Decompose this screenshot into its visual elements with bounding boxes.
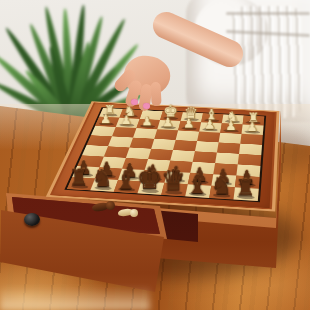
square[interactable] [108,136,133,147]
square[interactable]: ♝ [185,184,211,198]
square[interactable]: ♞ [209,186,235,200]
square[interactable] [173,140,197,151]
square[interactable]: ♜ [233,187,258,201]
pink-nail [131,99,138,105]
square[interactable] [154,129,178,140]
finger [150,82,161,106]
piece-black-rook[interactable]: ♜ [69,167,89,189]
blouse-seam [226,12,310,15]
square[interactable] [193,151,217,163]
blouse-ruffles [232,6,302,118]
stored-light-pawn-head [130,209,138,217]
square[interactable] [240,134,263,145]
square[interactable] [133,128,157,139]
square[interactable] [126,147,151,159]
square[interactable] [176,130,200,141]
square[interactable] [219,133,242,144]
piece-black-knight[interactable]: ♞ [211,174,233,198]
chess-board: ♜♞♚♛♝♞♜♟♟♟♟♟♟♟♟♟♟♟♟♟♟♟♟♜♞♝♚♛♝♞♜ [64,107,266,202]
square[interactable]: ♛ [161,183,188,196]
square[interactable] [197,131,220,142]
piece-white-pawn[interactable]: ♟ [121,115,132,127]
square[interactable]: ♟ [178,121,201,131]
piece-black-rook[interactable]: ♜ [235,177,255,200]
drawer-knob[interactable] [24,213,40,226]
piece-white-pawn[interactable]: ♟ [183,118,194,130]
square[interactable] [170,150,195,162]
square[interactable] [91,126,116,137]
stored-dark-pawn-head [106,201,115,210]
square[interactable] [151,139,175,150]
piece-white-pawn[interactable]: ♟ [100,114,111,126]
piece-black-bishop[interactable]: ♝ [115,167,138,192]
square[interactable] [238,154,262,166]
square[interactable] [239,144,262,155]
piece-white-pawn[interactable]: ♟ [204,119,215,131]
piece-white-pawn[interactable]: ♟ [225,120,236,132]
piece-white-pawn[interactable]: ♟ [162,117,173,129]
piece-black-knight[interactable]: ♞ [92,167,113,191]
square[interactable] [148,149,173,161]
piece-black-queen[interactable]: ♛ [161,167,186,195]
table-highlight [0,286,150,310]
piece-white-pawn[interactable]: ♟ [247,122,258,134]
square[interactable] [195,141,219,152]
photo-scene: ♜♞♚♛♝♞♜♟♟♟♟♟♟♟♟♟♟♟♟♟♟♟♟♜♞♝♚♛♝♞♜ ♝ [0,0,310,310]
piece-white-pawn[interactable]: ♟ [141,116,152,128]
piece-black-bishop[interactable]: ♝ [186,171,209,196]
pink-nail [143,103,150,109]
piece-black-king[interactable]: ♚ [136,164,162,193]
